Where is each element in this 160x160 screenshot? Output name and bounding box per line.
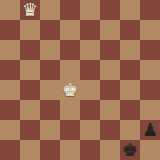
square-a2[interactable] [0, 120, 20, 140]
square-d3[interactable] [60, 100, 80, 120]
square-e2[interactable] [80, 120, 100, 140]
square-b4[interactable] [20, 80, 40, 100]
square-b6[interactable] [20, 40, 40, 60]
square-g8[interactable] [120, 0, 140, 20]
square-c4[interactable] [40, 80, 60, 100]
chess-board: ♛♚♟♚ [0, 0, 160, 160]
square-f7[interactable] [100, 20, 120, 40]
square-h7[interactable] [140, 20, 160, 40]
square-g4[interactable] [120, 80, 140, 100]
square-f8[interactable] [100, 0, 120, 20]
square-b1[interactable] [20, 140, 40, 160]
square-b8[interactable]: ♛ [20, 0, 40, 20]
square-d7[interactable] [60, 20, 80, 40]
white-queen[interactable]: ♛ [22, 0, 38, 20]
square-a6[interactable] [0, 40, 20, 60]
square-d1[interactable] [60, 140, 80, 160]
square-a3[interactable] [0, 100, 20, 120]
square-b5[interactable] [20, 60, 40, 80]
square-a1[interactable] [0, 140, 20, 160]
square-a4[interactable] [0, 80, 20, 100]
square-c8[interactable] [40, 0, 60, 20]
square-g3[interactable] [120, 100, 140, 120]
square-c5[interactable] [40, 60, 60, 80]
square-g6[interactable] [120, 40, 140, 60]
black-pawn[interactable]: ♟ [142, 120, 158, 140]
square-g1[interactable]: ♚ [120, 140, 140, 160]
square-d2[interactable] [60, 120, 80, 140]
square-d5[interactable] [60, 60, 80, 80]
square-h8[interactable] [140, 0, 160, 20]
square-h6[interactable] [140, 40, 160, 60]
square-h1[interactable] [140, 140, 160, 160]
square-g5[interactable] [120, 60, 140, 80]
square-f3[interactable] [100, 100, 120, 120]
square-a5[interactable] [0, 60, 20, 80]
square-e6[interactable] [80, 40, 100, 60]
square-b7[interactable] [20, 20, 40, 40]
square-a7[interactable] [0, 20, 20, 40]
white-king[interactable]: ♚ [62, 80, 78, 100]
square-f5[interactable] [100, 60, 120, 80]
square-d4[interactable]: ♚ [60, 80, 80, 100]
square-f4[interactable] [100, 80, 120, 100]
square-f2[interactable] [100, 120, 120, 140]
square-g2[interactable] [120, 120, 140, 140]
square-a8[interactable] [0, 0, 20, 20]
square-e4[interactable] [80, 80, 100, 100]
square-h3[interactable] [140, 100, 160, 120]
square-e1[interactable] [80, 140, 100, 160]
square-h2[interactable]: ♟ [140, 120, 160, 140]
square-e5[interactable] [80, 60, 100, 80]
square-e7[interactable] [80, 20, 100, 40]
square-h4[interactable] [140, 80, 160, 100]
square-c7[interactable] [40, 20, 60, 40]
square-e8[interactable] [80, 0, 100, 20]
square-f6[interactable] [100, 40, 120, 60]
square-f1[interactable] [100, 140, 120, 160]
square-d6[interactable] [60, 40, 80, 60]
square-c6[interactable] [40, 40, 60, 60]
square-e3[interactable] [80, 100, 100, 120]
square-b2[interactable] [20, 120, 40, 140]
square-c2[interactable] [40, 120, 60, 140]
square-g7[interactable] [120, 20, 140, 40]
square-d8[interactable] [60, 0, 80, 20]
square-h5[interactable] [140, 60, 160, 80]
square-b3[interactable] [20, 100, 40, 120]
black-king[interactable]: ♚ [122, 140, 138, 160]
square-c3[interactable] [40, 100, 60, 120]
square-c1[interactable] [40, 140, 60, 160]
